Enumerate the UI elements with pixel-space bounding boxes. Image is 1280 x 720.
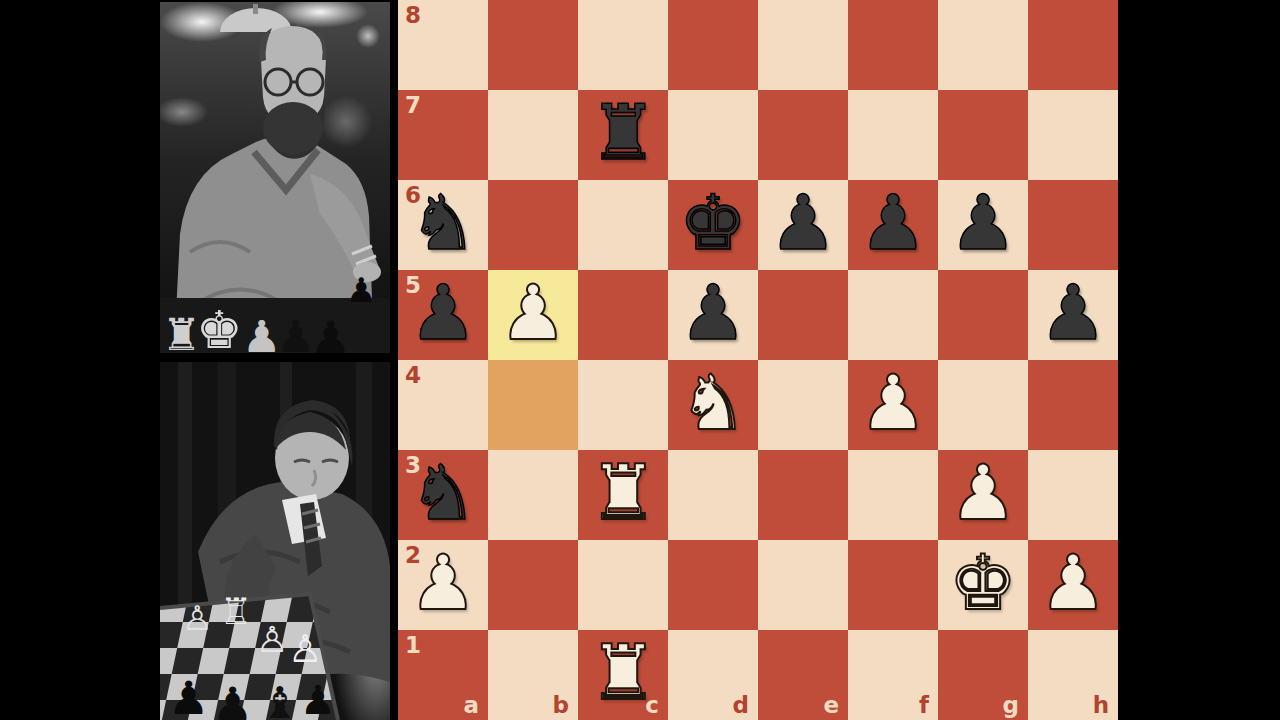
- rank-label-8: 8: [405, 4, 421, 27]
- square-e2[interactable]: [758, 540, 848, 630]
- square-h1[interactable]: h: [1028, 630, 1118, 720]
- square-a3[interactable]: 3♞: [398, 450, 488, 540]
- square-f7[interactable]: [848, 90, 938, 180]
- piece-black-pawn: ♟: [398, 270, 488, 360]
- piece-white-king: ♚: [938, 540, 1028, 630]
- piece-white-pawn: ♟: [488, 270, 578, 360]
- piece-black-rook: ♜: [578, 90, 668, 180]
- square-g4[interactable]: [938, 360, 1028, 450]
- rank-label-7: 7: [405, 94, 421, 117]
- bottom-player-photo-art: ♙ ♖ ♙ ♙ ♟ ♟ ♝ ♟: [160, 362, 390, 720]
- square-h2[interactable]: ♟: [1028, 540, 1118, 630]
- square-e8[interactable]: [758, 0, 848, 90]
- piece-black-pawn: ♟: [668, 270, 758, 360]
- square-f4[interactable]: ♟: [848, 360, 938, 450]
- square-h3[interactable]: [1028, 450, 1118, 540]
- square-f3[interactable]: [848, 450, 938, 540]
- square-d4[interactable]: ♞: [668, 360, 758, 450]
- file-label-g: g: [1003, 694, 1019, 717]
- square-g3[interactable]: ♟: [938, 450, 1028, 540]
- square-d8[interactable]: [668, 0, 758, 90]
- square-e6[interactable]: ♟: [758, 180, 848, 270]
- svg-text:♟: ♟: [168, 671, 209, 720]
- square-a8[interactable]: 8: [398, 0, 488, 90]
- square-c2[interactable]: [578, 540, 668, 630]
- square-g2[interactable]: ♚: [938, 540, 1028, 630]
- file-label-h: h: [1093, 694, 1109, 717]
- piece-white-pawn: ♟: [398, 540, 488, 630]
- square-g8[interactable]: [938, 0, 1028, 90]
- piece-black-knight: ♞: [398, 450, 488, 540]
- square-b3[interactable]: [488, 450, 578, 540]
- square-g6[interactable]: ♟: [938, 180, 1028, 270]
- square-a6[interactable]: 6♞: [398, 180, 488, 270]
- square-f1[interactable]: f: [848, 630, 938, 720]
- top-player-photo-art: ♜ ♚ ♟ ♟ ♟ ♟: [160, 2, 390, 353]
- square-h8[interactable]: [1028, 0, 1118, 90]
- piece-black-pawn: ♟: [1028, 270, 1118, 360]
- svg-text:♙: ♙: [288, 627, 322, 671]
- square-f2[interactable]: [848, 540, 938, 630]
- square-b4[interactable]: [488, 360, 578, 450]
- square-e4[interactable]: [758, 360, 848, 450]
- piece-black-pawn: ♟: [758, 180, 848, 270]
- piece-white-rook: ♜: [578, 630, 668, 720]
- video-frame: { "game": "chess", "position": { "fen": …: [0, 0, 1280, 720]
- piece-white-pawn: ♟: [938, 450, 1028, 540]
- square-f5[interactable]: [848, 270, 938, 360]
- file-label-d: d: [733, 694, 749, 717]
- rank-label-5: 5: [405, 274, 421, 297]
- square-b6[interactable]: [488, 180, 578, 270]
- rank-label-3: 3: [405, 454, 421, 477]
- piece-white-rook: ♜: [578, 450, 668, 540]
- piece-white-pawn: ♟: [848, 360, 938, 450]
- square-c3[interactable]: ♜: [578, 450, 668, 540]
- square-c1[interactable]: c♜: [578, 630, 668, 720]
- piece-black-pawn: ♟: [938, 180, 1028, 270]
- piece-white-pawn: ♟: [1028, 540, 1118, 630]
- bottom-player-photo: ♙ ♖ ♙ ♙ ♟ ♟ ♝ ♟: [160, 362, 390, 720]
- piece-black-pawn: ♟: [848, 180, 938, 270]
- square-d1[interactable]: d: [668, 630, 758, 720]
- square-h5[interactable]: ♟: [1028, 270, 1118, 360]
- square-a7[interactable]: 7: [398, 90, 488, 180]
- file-label-a: a: [463, 694, 479, 717]
- chess-board: 87♜6♞♚♟♟♟5♟♟♟♟4♞♟3♞♜♟2♟♚♟1abc♜defgh: [398, 0, 1118, 720]
- svg-text:♙: ♙: [182, 598, 212, 638]
- square-h4[interactable]: [1028, 360, 1118, 450]
- square-g5[interactable]: [938, 270, 1028, 360]
- file-label-e: e: [823, 694, 839, 717]
- square-g1[interactable]: g: [938, 630, 1028, 720]
- rank-label-1: 1: [405, 634, 421, 657]
- svg-text:♝: ♝: [260, 677, 299, 720]
- square-c8[interactable]: [578, 0, 668, 90]
- square-b2[interactable]: [488, 540, 578, 630]
- piece-black-knight: ♞: [398, 180, 488, 270]
- square-a1[interactable]: 1a: [398, 630, 488, 720]
- square-a4[interactable]: 4: [398, 360, 488, 450]
- square-d3[interactable]: [668, 450, 758, 540]
- square-b1[interactable]: b: [488, 630, 578, 720]
- svg-text:♙: ♙: [256, 619, 288, 660]
- square-e5[interactable]: [758, 270, 848, 360]
- square-h6[interactable]: [1028, 180, 1118, 270]
- file-label-f: f: [919, 694, 929, 717]
- square-c5[interactable]: [578, 270, 668, 360]
- file-label-c: c: [645, 694, 659, 717]
- square-e1[interactable]: e: [758, 630, 848, 720]
- square-c7[interactable]: ♜: [578, 90, 668, 180]
- square-a2[interactable]: 2♟: [398, 540, 488, 630]
- rank-label-4: 4: [405, 364, 421, 387]
- square-d6[interactable]: ♚: [668, 180, 758, 270]
- square-b5[interactable]: ♟: [488, 270, 578, 360]
- piece-black-king: ♚: [668, 180, 758, 270]
- svg-text:♟: ♟: [300, 677, 336, 720]
- top-player-photo: ♜ ♚ ♟ ♟ ♟ ♟: [160, 2, 390, 353]
- square-d7[interactable]: [668, 90, 758, 180]
- svg-text:♖: ♖: [220, 591, 252, 632]
- square-f6[interactable]: ♟: [848, 180, 938, 270]
- rank-label-6: 6: [405, 184, 421, 207]
- square-a5[interactable]: 5♟: [398, 270, 488, 360]
- square-e7[interactable]: [758, 90, 848, 180]
- svg-text:♟: ♟: [212, 677, 253, 720]
- rank-label-2: 2: [405, 544, 421, 567]
- square-f8[interactable]: [848, 0, 938, 90]
- piece-white-knight: ♞: [668, 360, 758, 450]
- svg-text:♚: ♚: [196, 300, 243, 353]
- svg-text:♟: ♟: [346, 270, 376, 310]
- square-b8[interactable]: [488, 0, 578, 90]
- svg-text:♟: ♟: [310, 311, 351, 353]
- square-e3[interactable]: [758, 450, 848, 540]
- square-g7[interactable]: [938, 90, 1028, 180]
- file-label-b: b: [553, 694, 569, 717]
- square-b7[interactable]: [488, 90, 578, 180]
- square-d2[interactable]: [668, 540, 758, 630]
- square-h7[interactable]: [1028, 90, 1118, 180]
- square-d5[interactable]: ♟: [668, 270, 758, 360]
- square-c6[interactable]: [578, 180, 668, 270]
- square-c4[interactable]: [578, 360, 668, 450]
